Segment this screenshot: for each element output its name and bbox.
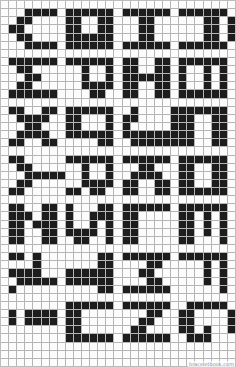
stitch-cell-empty: [204, 245, 211, 252]
stitch-cell-filled: [204, 188, 211, 195]
stitch-cell-empty: [50, 123, 57, 130]
stitch-cell-empty: [228, 42, 235, 49]
stitch-cell-filled: [106, 180, 113, 187]
stitch-cell-empty: [25, 351, 32, 358]
stitch-cell-filled: [82, 164, 89, 171]
stitch-cell-filled: [66, 107, 73, 114]
stitch-cell-empty: [163, 164, 170, 171]
stitch-cell-empty: [1, 245, 8, 252]
stitch-cell-filled: [204, 302, 211, 309]
stitch-cell-empty: [114, 286, 121, 293]
stitch-cell-empty: [33, 212, 40, 219]
stitch-cell-empty: [66, 172, 73, 179]
stitch-cell-empty: [147, 343, 154, 350]
stitch-cell-empty: [171, 212, 178, 219]
stitch-cell-empty: [82, 253, 89, 260]
stitch-cell-empty: [220, 196, 227, 203]
stitch-cell-filled: [220, 9, 227, 16]
stitch-cell-empty: [82, 310, 89, 317]
stitch-cell-filled: [179, 164, 186, 171]
stitch-cell-empty: [106, 1, 113, 8]
stitch-cell-empty: [228, 131, 235, 138]
stitch-cell-filled: [195, 107, 202, 114]
stitch-cell-filled: [204, 278, 211, 285]
stitch-cell-filled: [139, 286, 146, 293]
stitch-cell-filled: [139, 334, 146, 341]
stitch-cell-empty: [114, 123, 121, 130]
stitch-cell-filled: [42, 229, 49, 236]
stitch-cell-empty: [114, 164, 121, 171]
stitch-cell-filled: [171, 107, 178, 114]
stitch-cell-empty: [58, 90, 65, 97]
stitch-cell-empty: [17, 99, 24, 106]
stitch-cell-filled: [179, 58, 186, 65]
stitch-cell-empty: [147, 245, 154, 252]
stitch-cell-filled: [212, 9, 219, 16]
stitch-cell-empty: [163, 212, 170, 219]
stitch-cell-empty: [25, 107, 32, 114]
stitch-cell-empty: [187, 1, 194, 8]
stitch-cell-empty: [195, 245, 202, 252]
stitch-cell-empty: [66, 237, 73, 244]
stitch-cell-filled: [98, 334, 105, 341]
stitch-cell-filled: [187, 180, 194, 187]
stitch-cell-empty: [33, 294, 40, 301]
stitch-cell-empty: [74, 172, 81, 179]
stitch-cell-empty: [25, 147, 32, 154]
stitch-cell-empty: [90, 115, 97, 122]
stitch-cell-empty: [66, 50, 73, 57]
stitch-cell-filled: [139, 269, 146, 276]
stitch-cell-empty: [74, 164, 81, 171]
stitch-cell-empty: [74, 253, 81, 260]
stitch-cell-empty: [42, 82, 49, 89]
stitch-cell-filled: [98, 302, 105, 309]
stitch-cell-filled: [106, 74, 113, 81]
stitch-cell-empty: [1, 82, 8, 89]
stitch-cell-empty: [163, 245, 170, 252]
stitch-cell-empty: [171, 1, 178, 8]
stitch-cell-filled: [82, 269, 89, 276]
stitch-cell-empty: [98, 310, 105, 317]
stitch-cell-filled: [33, 221, 40, 228]
stitch-cell-empty: [9, 294, 16, 301]
stitch-cell-empty: [187, 34, 194, 41]
stitch-cell-empty: [139, 188, 146, 195]
stitch-cell-empty: [90, 253, 97, 260]
stitch-cell-empty: [123, 139, 130, 146]
stitch-cell-empty: [204, 139, 211, 146]
stitch-cell-empty: [42, 351, 49, 358]
stitch-cell-empty: [9, 334, 16, 341]
stitch-cell-filled: [17, 17, 24, 24]
stitch-cell-empty: [66, 294, 73, 301]
stitch-cell-empty: [163, 147, 170, 154]
stitch-cell-filled: [139, 17, 146, 24]
stitch-cell-filled: [204, 42, 211, 49]
stitch-cell-empty: [114, 278, 121, 285]
stitch-cell-empty: [212, 1, 219, 8]
stitch-cell-filled: [163, 131, 170, 138]
stitch-cell-empty: [25, 204, 32, 211]
stitch-cell-filled: [74, 123, 81, 130]
stitch-cell-filled: [195, 90, 202, 97]
stitch-cell-filled: [155, 156, 162, 163]
stitch-cell-filled: [195, 302, 202, 309]
stitch-cell-filled: [33, 58, 40, 65]
stitch-cell-empty: [228, 334, 235, 341]
stitch-cell-empty: [25, 334, 32, 341]
stitch-cell-empty: [228, 74, 235, 81]
stitch-cell-empty: [187, 278, 194, 285]
stitch-cell-filled: [123, 123, 130, 130]
stitch-cell-filled: [25, 172, 32, 179]
stitch-cell-empty: [42, 359, 49, 366]
stitch-cell-empty: [228, 294, 235, 301]
stitch-cell-filled: [17, 34, 24, 41]
stitch-cell-filled: [74, 107, 81, 114]
stitch-cell-empty: [114, 58, 121, 65]
stitch-cell-empty: [17, 196, 24, 203]
stitch-cell-empty: [139, 147, 146, 154]
stitch-cell-empty: [9, 245, 16, 252]
stitch-cell-filled: [106, 25, 113, 32]
stitch-cell-filled: [33, 90, 40, 97]
stitch-cell-filled: [147, 278, 154, 285]
stitch-cell-empty: [228, 123, 235, 130]
stitch-cell-empty: [1, 310, 8, 317]
stitch-cell-empty: [106, 99, 113, 106]
stitch-cell-filled: [42, 131, 49, 138]
stitch-cell-empty: [114, 261, 121, 268]
stitch-cell-filled: [131, 188, 138, 195]
stitch-cell-empty: [220, 318, 227, 325]
stitch-cell-empty: [139, 294, 146, 301]
stitch-cell-empty: [171, 318, 178, 325]
stitch-cell-filled: [50, 42, 57, 49]
stitch-cell-empty: [163, 294, 170, 301]
stitch-cell-empty: [155, 1, 162, 8]
stitch-cell-filled: [33, 261, 40, 268]
stitch-cell-empty: [90, 66, 97, 73]
stitch-cell-empty: [50, 131, 57, 138]
stitch-cell-filled: [212, 123, 219, 130]
stitch-cell-filled: [139, 34, 146, 41]
stitch-cell-empty: [98, 221, 105, 228]
stitch-cell-empty: [82, 50, 89, 57]
stitch-cell-filled: [66, 229, 73, 236]
stitch-cell-filled: [17, 66, 24, 73]
stitch-cell-empty: [212, 82, 219, 89]
stitch-cell-empty: [1, 229, 8, 236]
stitch-cell-empty: [58, 17, 65, 24]
stitch-cell-empty: [82, 99, 89, 106]
stitch-cell-empty: [1, 253, 8, 260]
stitch-cell-filled: [50, 310, 57, 317]
stitch-cell-empty: [98, 74, 105, 81]
stitch-cell-empty: [42, 25, 49, 32]
stitch-cell-filled: [25, 74, 32, 81]
stitch-cell-empty: [33, 351, 40, 358]
stitch-cell-filled: [74, 310, 81, 317]
stitch-cell-empty: [228, 237, 235, 244]
stitch-cell-filled: [212, 253, 219, 260]
stitch-cell-empty: [1, 9, 8, 16]
stitch-cell-empty: [147, 123, 154, 130]
stitch-cell-empty: [66, 82, 73, 89]
stitch-cell-empty: [228, 164, 235, 171]
stitch-cell-filled: [155, 58, 162, 65]
stitch-cell-filled: [131, 131, 138, 138]
stitch-cell-empty: [42, 164, 49, 171]
stitch-cell-empty: [66, 99, 73, 106]
stitch-cell-filled: [147, 164, 154, 171]
stitch-cell-empty: [155, 147, 162, 154]
stitch-cell-empty: [114, 156, 121, 163]
stitch-cell-empty: [171, 99, 178, 106]
stitch-cell-filled: [123, 58, 130, 65]
stitch-cell-empty: [123, 310, 130, 317]
stitch-cell-filled: [123, 131, 130, 138]
stitch-cell-filled: [82, 334, 89, 341]
stitch-cell-empty: [42, 334, 49, 341]
stitch-cell-empty: [114, 318, 121, 325]
stitch-cell-empty: [195, 269, 202, 276]
stitch-cell-filled: [98, 188, 105, 195]
stitch-cell-empty: [171, 261, 178, 268]
stitch-cell-empty: [58, 196, 65, 203]
stitch-cell-filled: [106, 139, 113, 146]
stitch-cell-filled: [42, 58, 49, 65]
stitch-cell-empty: [1, 359, 8, 366]
stitch-cell-empty: [114, 302, 121, 309]
stitch-cell-empty: [123, 245, 130, 252]
stitch-cell-empty: [228, 180, 235, 187]
stitch-cell-filled: [33, 310, 40, 317]
stitch-cell-empty: [1, 204, 8, 211]
stitch-cell-empty: [74, 82, 81, 89]
stitch-cell-empty: [228, 261, 235, 268]
stitch-cell-empty: [187, 261, 194, 268]
stitch-cell-empty: [131, 359, 138, 366]
stitch-cell-filled: [50, 204, 57, 211]
stitch-cell-empty: [195, 17, 202, 24]
stitch-cell-empty: [66, 74, 73, 81]
stitch-cell-empty: [58, 34, 65, 41]
stitch-cell-empty: [33, 343, 40, 350]
stitch-cell-empty: [66, 245, 73, 252]
stitch-cell-empty: [131, 17, 138, 24]
stitch-cell-filled: [9, 229, 16, 236]
stitch-cell-empty: [114, 196, 121, 203]
stitch-cell-filled: [204, 221, 211, 228]
stitch-cell-empty: [50, 1, 57, 8]
stitch-cell-empty: [114, 245, 121, 252]
stitch-cell-empty: [33, 147, 40, 154]
stitch-cell-empty: [50, 302, 57, 309]
stitch-cell-empty: [90, 294, 97, 301]
stitch-cell-empty: [50, 196, 57, 203]
stitch-cell-filled: [17, 278, 24, 285]
stitch-cell-filled: [155, 90, 162, 97]
stitch-cell-empty: [163, 359, 170, 366]
stitch-cell-filled: [9, 156, 16, 163]
stitch-cell-filled: [25, 82, 32, 89]
stitch-cell-empty: [98, 115, 105, 122]
stitch-cell-filled: [9, 221, 16, 228]
stitch-cell-empty: [171, 50, 178, 57]
stitch-cell-empty: [25, 294, 32, 301]
stitch-cell-filled: [187, 115, 194, 122]
stitch-cell-empty: [179, 1, 186, 8]
stitch-cell-empty: [228, 212, 235, 219]
stitch-cell-filled: [220, 269, 227, 276]
stitch-cell-filled: [139, 326, 146, 333]
stitch-cell-filled: [106, 66, 113, 73]
stitch-cell-filled: [220, 212, 227, 219]
stitch-cell-filled: [82, 58, 89, 65]
stitch-cell-filled: [98, 139, 105, 146]
stitch-cell-empty: [155, 34, 162, 41]
stitch-cell-empty: [9, 164, 16, 171]
stitch-cell-empty: [212, 229, 219, 236]
stitch-cell-filled: [9, 204, 16, 211]
stitch-cell-filled: [17, 237, 24, 244]
stitch-cell-filled: [66, 123, 73, 130]
stitch-cell-empty: [204, 180, 211, 187]
stitch-cell-filled: [66, 334, 73, 341]
stitch-cell-empty: [155, 212, 162, 219]
stitch-cell-empty: [42, 286, 49, 293]
stitch-cell-filled: [106, 229, 113, 236]
stitch-cell-filled: [131, 139, 138, 146]
stitch-cell-empty: [155, 25, 162, 32]
watermark: braceletbook.com: [188, 361, 235, 367]
stitch-cell-filled: [17, 90, 24, 97]
stitch-cell-empty: [9, 66, 16, 73]
stitch-cell-filled: [171, 115, 178, 122]
stitch-cell-empty: [98, 359, 105, 366]
stitch-cell-empty: [1, 164, 8, 171]
stitch-cell-filled: [17, 269, 24, 276]
stitch-cell-filled: [163, 180, 170, 187]
stitch-cell-empty: [114, 253, 121, 260]
stitch-cell-filled: [147, 25, 154, 32]
stitch-cell-empty: [1, 156, 8, 163]
stitch-cell-empty: [179, 245, 186, 252]
stitch-cell-filled: [204, 25, 211, 32]
stitch-cell-filled: [106, 278, 113, 285]
stitch-cell-filled: [204, 326, 211, 333]
stitch-cell-filled: [123, 229, 130, 236]
stitch-cell-empty: [58, 82, 65, 89]
stitch-cell-empty: [163, 237, 170, 244]
stitch-cell-empty: [195, 115, 202, 122]
stitch-cell-empty: [42, 50, 49, 57]
stitch-cell-filled: [82, 180, 89, 187]
stitch-cell-empty: [123, 172, 130, 179]
stitch-cell-empty: [58, 9, 65, 16]
stitch-cell-filled: [98, 278, 105, 285]
stitch-cell-empty: [90, 17, 97, 24]
stitch-cell-filled: [25, 269, 32, 276]
stitch-cell-empty: [179, 17, 186, 24]
stitch-cell-filled: [74, 9, 81, 16]
stitch-cell-filled: [179, 123, 186, 130]
stitch-cell-empty: [42, 245, 49, 252]
stitch-cell-empty: [9, 50, 16, 57]
stitch-cell-empty: [58, 229, 65, 236]
stitch-cell-filled: [220, 164, 227, 171]
stitch-cell-filled: [90, 188, 97, 195]
stitch-cell-empty: [82, 294, 89, 301]
stitch-cell-empty: [58, 74, 65, 81]
stitch-cell-filled: [98, 34, 105, 41]
stitch-cell-filled: [90, 131, 97, 138]
stitch-cell-empty: [98, 123, 105, 130]
stitch-cell-filled: [74, 58, 81, 65]
stitch-cell-empty: [147, 50, 154, 57]
stitch-cell-empty: [66, 66, 73, 73]
stitch-cell-filled: [106, 334, 113, 341]
stitch-cell-empty: [82, 90, 89, 97]
stitch-cell-empty: [212, 261, 219, 268]
stitch-cell-empty: [42, 302, 49, 309]
stitch-cell-empty: [228, 99, 235, 106]
stitch-cell-filled: [179, 180, 186, 187]
stitch-cell-empty: [163, 34, 170, 41]
stitch-cell-filled: [179, 107, 186, 114]
stitch-cell-empty: [114, 17, 121, 24]
stitch-cell-empty: [66, 1, 73, 8]
stitch-cell-empty: [195, 131, 202, 138]
stitch-cell-filled: [82, 34, 89, 41]
stitch-cell-filled: [90, 302, 97, 309]
stitch-cell-empty: [114, 107, 121, 114]
stitch-cell-empty: [220, 351, 227, 358]
stitch-cell-empty: [17, 261, 24, 268]
stitch-cell-filled: [66, 9, 73, 16]
stitch-cell-empty: [50, 115, 57, 122]
stitch-cell-empty: [228, 351, 235, 358]
stitch-cell-empty: [123, 107, 130, 114]
stitch-cell-empty: [9, 34, 16, 41]
stitch-cell-empty: [187, 74, 194, 81]
stitch-cell-empty: [42, 1, 49, 8]
stitch-cell-empty: [9, 359, 16, 366]
stitch-cell-empty: [9, 82, 16, 89]
stitch-cell-filled: [123, 302, 130, 309]
stitch-cell-empty: [123, 34, 130, 41]
stitch-cell-empty: [114, 34, 121, 41]
stitch-cell-empty: [123, 326, 130, 333]
stitch-cell-filled: [187, 123, 194, 130]
stitch-cell-filled: [179, 318, 186, 325]
stitch-cell-filled: [50, 9, 57, 16]
stitch-cell-empty: [155, 294, 162, 301]
stitch-cell-filled: [155, 139, 162, 146]
stitch-cell-empty: [1, 269, 8, 276]
stitch-cell-filled: [220, 253, 227, 260]
stitch-cell-empty: [50, 326, 57, 333]
stitch-cell-empty: [82, 1, 89, 8]
stitch-cell-filled: [147, 17, 154, 24]
stitch-cell-empty: [9, 180, 16, 187]
stitch-cell-filled: [82, 172, 89, 179]
stitch-cell-filled: [74, 25, 81, 32]
stitch-cell-empty: [50, 99, 57, 106]
stitch-cell-filled: [228, 34, 235, 41]
